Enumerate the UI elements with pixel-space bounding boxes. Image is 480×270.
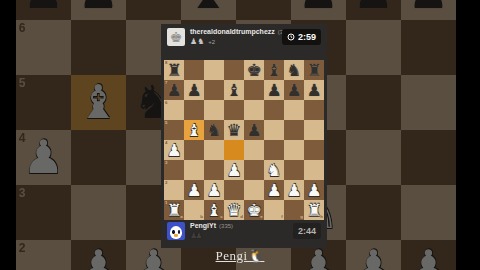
square-d4[interactable] [224,140,244,160]
piece-white-knight: ♞ [264,160,284,180]
square-f7[interactable]: ♟ [264,80,284,100]
square-e6[interactable] [244,100,264,120]
square-b7[interactable]: ♟ [184,80,204,100]
rank-label-6: 6 [165,101,167,105]
square-h6[interactable] [304,100,324,120]
square-a2[interactable]: 2 [164,180,184,200]
piece-black-pawn: ♟ [16,0,71,20]
piece-white-bishop: ♝ [204,200,224,220]
rank-label-2: 2 [165,181,167,185]
piece-black-pawn: ♟ [304,80,324,100]
square-d3[interactable]: ♟ [224,160,244,180]
square-f3[interactable]: ♞ [264,160,284,180]
square-d8[interactable] [224,60,244,80]
piece-black-pawn: ♟ [284,80,304,100]
piece-black-bishop: ♝ [264,60,284,80]
square-g3 [346,185,401,240]
square-e2[interactable] [244,180,264,200]
rank-label-3: 3 [165,161,167,165]
square-a1[interactable]: 1a♜ [164,200,184,220]
square-d6[interactable] [224,100,244,120]
square-a7[interactable]: 7♟ [164,80,184,100]
square-b4 [71,130,126,185]
square-g6[interactable] [284,100,304,120]
square-b3 [71,185,126,240]
piece-black-knight: ♞ [204,120,224,140]
square-g2[interactable]: ♟ [284,180,304,200]
piece-white-pawn: ♟ [224,160,244,180]
square-g3[interactable] [284,160,304,180]
piece-black-pawn: ♟ [291,0,346,20]
top-player-avatar[interactable]: ♚ [167,28,185,46]
piece-black-rook: ♜ [164,60,184,80]
square-h6 [401,20,456,75]
square-b4[interactable] [184,140,204,160]
captured-white-pawn-knight-icons: ♟♞ [190,38,204,46]
square-f1[interactable]: f [264,200,284,220]
square-c5[interactable]: ♞ [204,120,224,140]
square-g7[interactable]: ♟ [284,80,304,100]
square-e5[interactable]: ♟ [244,120,264,140]
square-e7[interactable] [244,80,264,100]
square-c3[interactable] [204,160,224,180]
square-a4[interactable]: 4♟ [164,140,184,160]
square-h4[interactable] [304,140,324,160]
square-a6: 6 [16,20,71,75]
bottom-player-rating: (335) [219,223,233,229]
piece-white-bishop: ♝ [71,75,126,130]
square-g5 [346,75,401,130]
square-b5[interactable]: ♝ [184,120,204,140]
square-c6[interactable] [204,100,224,120]
piece-white-pawn: ♟ [304,180,324,200]
top-clock-time: 2:59 [298,32,316,42]
square-g5[interactable] [284,120,304,140]
square-a6[interactable]: 6 [164,100,184,120]
chessboard: 8♜♚♝♞♜7♟♟♝♟♟♟65♝♞♛♟4♟3♟♞2♟♟♟♟♟1a♜bc♝d♛e♚… [164,60,324,220]
square-h5 [401,75,456,130]
square-f8[interactable]: ♝ [264,60,284,80]
square-a5: 5 [16,75,71,130]
piece-white-rook: ♜ [304,200,324,220]
square-b6[interactable] [184,100,204,120]
square-a4: 4♟ [16,130,71,185]
file-label-g: g [300,215,303,219]
square-e7 [236,0,291,20]
bottom-player-name[interactable]: PengiYt [190,222,216,229]
square-f6[interactable] [264,100,284,120]
rank-label-5: 5 [165,121,167,125]
square-h3[interactable] [304,160,324,180]
square-f2[interactable]: ♟ [264,180,284,200]
piece-black-queen: ♛ [224,120,244,140]
square-a3[interactable]: 3 [164,160,184,180]
bottom-player-clock: 2:44 [293,223,321,239]
file-label-b: b [200,215,203,219]
square-h3 [401,185,456,240]
square-b2[interactable]: ♟ [184,180,204,200]
piece-black-pawn: ♟ [244,120,264,140]
top-captured-pieces: ♟♞ +2 [190,37,292,46]
penguin-eye [172,230,175,234]
penguin-eye [178,230,181,234]
penguin-face [170,226,182,239]
file-label-f: f [281,215,282,219]
top-player-row: ♚ therealdonaldtrumpchezz (328) ♟♞ +2 2:… [167,28,321,52]
square-a3: 3 [16,185,71,240]
square-h7[interactable]: ♟ [304,80,324,100]
top-player-clock: 2:59 [282,29,321,45]
piece-black-pawn: ♟ [401,0,456,20]
square-d2[interactable] [224,180,244,200]
rank-label-5: 5 [19,77,26,89]
penguin-beak [174,234,178,237]
captured-black-pawn-icons: ♟♟ [190,232,200,240]
piece-black-knight: ♞ [284,60,304,80]
bottom-captured-pieces: ♟♟ [190,231,233,240]
piece-white-queen: ♛ [224,200,244,220]
rank-label-6: 6 [19,22,26,34]
square-f7: ♟ [291,0,346,20]
square-h7: ♟ [401,0,456,20]
top-player-name[interactable]: therealdonaldtrumpchezz [190,28,275,35]
piece-black-pawn: ♟ [184,80,204,100]
square-c2[interactable]: ♟ [204,180,224,200]
piece-black-bishop: ♝ [181,0,236,20]
piece-black-pawn: ♟ [264,80,284,100]
piece-white-king: ♚ [244,200,264,220]
bottom-player-avatar penguin-avatar[interactable] [167,222,185,240]
piece-black-rook: ♜ [304,60,324,80]
piece-black-pawn: ♟ [164,80,184,100]
piece-white-bishop: ♝ [184,120,204,140]
piece-white-pawn: ♟ [284,180,304,200]
piece-white-pawn: ♟ [264,180,284,200]
square-e8[interactable]: ♚ [244,60,264,80]
square-c4[interactable] [204,140,224,160]
square-g4[interactable] [284,140,304,160]
square-b1[interactable]: b [184,200,204,220]
square-f5[interactable] [264,120,284,140]
piece-black-bishop: ♝ [224,80,244,100]
square-g4 [346,130,401,185]
piece-white-pawn: ♟ [184,180,204,200]
piece-black-pawn: ♟ [71,0,126,20]
clock-icon [287,33,295,41]
square-e3[interactable] [244,160,264,180]
game-card: ♚ therealdonaldtrumpchezz (328) ♟♞ +2 2:… [161,24,327,248]
square-b7: ♟ [71,0,126,20]
square-e1[interactable]: e♚ [244,200,264,220]
piece-white-pawn: ♟ [204,180,224,200]
square-g6 [346,20,401,75]
square-b3[interactable] [184,160,204,180]
channel-watermark: Pengi🐧 [0,248,480,264]
square-g7: ♟ [346,0,401,20]
square-b6 [71,20,126,75]
material-score: +2 [208,39,215,45]
square-g1[interactable]: g [284,200,304,220]
piece-black-pawn: ♟ [346,0,401,20]
video-frame: 8♜♚♝♞♜7♟♟♝♟♟♟65♝♞♛♟4♟3♟♞2♟♟♟♟♟1a♜bc♝d♛e♚… [0,0,480,270]
square-c7 [126,0,181,20]
bottom-player-row: PengiYt (335) ♟♟ 2:44 [167,222,321,246]
square-h5[interactable] [304,120,324,140]
square-d7: ♝ [181,0,236,20]
square-f4[interactable] [264,140,284,160]
square-g8[interactable]: ♞ [284,60,304,80]
piece-white-rook: ♜ [164,200,184,220]
bottom-clock-time: 2:44 [298,226,316,236]
square-a5[interactable]: 5 [164,120,184,140]
rank-label-3: 3 [19,187,26,199]
square-d5[interactable]: ♛ [224,120,244,140]
square-e4[interactable] [244,140,264,160]
square-d1[interactable]: d♛ [224,200,244,220]
square-a8[interactable]: 8♜ [164,60,184,80]
square-b8[interactable] [184,60,204,80]
square-d7[interactable]: ♝ [224,80,244,100]
piece-black-king: ♚ [244,60,264,80]
square-c7[interactable] [204,80,224,100]
king-icon: ♚ [170,30,183,44]
square-a7: 7♟ [16,0,71,20]
square-h8[interactable]: ♜ [304,60,324,80]
square-c8[interactable] [204,60,224,80]
square-b5: ♝ [71,75,126,130]
piece-white-pawn: ♟ [16,130,71,185]
square-h2[interactable]: ♟ [304,180,324,200]
square-h4 [401,130,456,185]
square-c1[interactable]: c♝ [204,200,224,220]
piece-white-pawn: ♟ [164,140,184,160]
square-h1[interactable]: h♜ [304,200,324,220]
